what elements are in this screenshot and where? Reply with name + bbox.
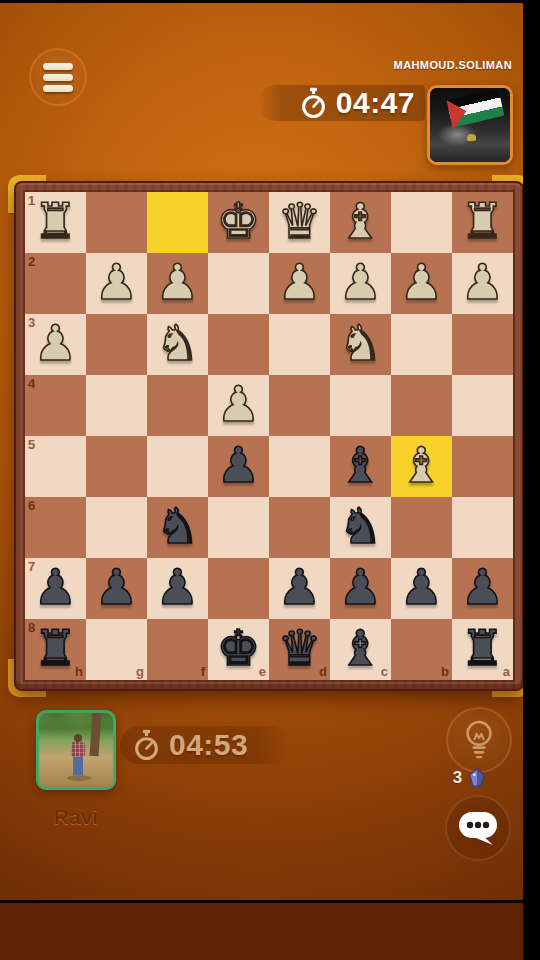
rank-label: 2	[28, 255, 35, 268]
rank-label: 5	[28, 438, 35, 451]
square-c2[interactable]: ♟	[330, 253, 391, 314]
square-b2[interactable]: ♟	[391, 253, 452, 314]
square-g4[interactable]	[86, 375, 147, 436]
file-label: f	[201, 665, 205, 678]
menu-button[interactable]	[29, 48, 87, 106]
opponent-avatar[interactable]	[427, 85, 513, 165]
file-label: b	[441, 665, 449, 678]
square-h4[interactable]: 4	[25, 375, 86, 436]
piece-wB-b5: ♝	[391, 436, 452, 497]
square-h3[interactable]: 3♟	[25, 314, 86, 375]
square-e7[interactable]	[208, 558, 269, 619]
square-e4[interactable]: ♟	[208, 375, 269, 436]
square-a2[interactable]: ♟	[452, 253, 513, 314]
square-f8[interactable]: f	[147, 619, 208, 680]
hint-count: 3	[453, 768, 462, 788]
piece-wP-a2: ♟	[452, 253, 513, 314]
piece-wR-h1: ♜	[25, 192, 86, 253]
square-a1[interactable]: ♜	[452, 192, 513, 253]
square-g2[interactable]: ♟	[86, 253, 147, 314]
piece-bN-f6: ♞	[147, 497, 208, 558]
piece-wP-c2: ♟	[330, 253, 391, 314]
piece-wP-f2: ♟	[147, 253, 208, 314]
square-b7[interactable]: ♟	[391, 558, 452, 619]
square-f4[interactable]	[147, 375, 208, 436]
piece-bP-b7: ♟	[391, 558, 452, 619]
piece-bR-h8: ♜	[25, 619, 86, 680]
piece-wP-e4: ♟	[208, 375, 269, 436]
stopwatch-icon	[300, 87, 327, 119]
piece-bP-h7: ♟	[25, 558, 86, 619]
hint-button[interactable]	[446, 707, 512, 773]
rank-label: 6	[28, 499, 35, 512]
rank-label: 4	[28, 377, 35, 390]
board-grid: 1♜♚♛♝♜2♟♟♟♟♟♟3♟♞♞4♟5♟♝♝6♞♞7♟♟♟♟♟♟♟8h♜gfe…	[25, 192, 513, 680]
lightbulb-icon	[460, 717, 498, 763]
hint-count-row: 3	[440, 766, 500, 790]
square-d4[interactable]	[269, 375, 330, 436]
player-photo	[39, 713, 113, 787]
player-avatar[interactable]	[36, 710, 116, 790]
square-g5[interactable]	[86, 436, 147, 497]
square-h6[interactable]: 6	[25, 497, 86, 558]
opponent-name: MAHMOUD.SOLIMAN	[394, 59, 512, 71]
square-h8[interactable]: 8h♜	[25, 619, 86, 680]
square-g3[interactable]	[86, 314, 147, 375]
square-d6[interactable]	[269, 497, 330, 558]
piece-bP-a7: ♟	[452, 558, 513, 619]
file-label: g	[136, 665, 144, 678]
piece-bN-c6: ♞	[330, 497, 391, 558]
player-clock: 04:53	[120, 726, 292, 764]
square-d3[interactable]	[269, 314, 330, 375]
piece-bR-a8: ♜	[452, 619, 513, 680]
square-e8[interactable]: e♚	[208, 619, 269, 680]
piece-bP-f7: ♟	[147, 558, 208, 619]
square-b6[interactable]	[391, 497, 452, 558]
square-c4[interactable]	[330, 375, 391, 436]
square-f6[interactable]: ♞	[147, 497, 208, 558]
square-d8[interactable]: d♛	[269, 619, 330, 680]
piece-wP-h3: ♟	[25, 314, 86, 375]
square-h1[interactable]: 1♜	[25, 192, 86, 253]
piece-bB-c5: ♝	[330, 436, 391, 497]
square-b3[interactable]	[391, 314, 452, 375]
square-d1[interactable]: ♛	[269, 192, 330, 253]
square-e2[interactable]	[208, 253, 269, 314]
opponent-clock: 04:47	[258, 85, 425, 121]
bottom-padding-area	[0, 903, 523, 960]
square-a5[interactable]	[452, 436, 513, 497]
palestinian-flag-photo	[430, 88, 510, 162]
square-a7[interactable]: ♟	[452, 558, 513, 619]
piece-wP-b2: ♟	[391, 253, 452, 314]
square-h7[interactable]: 7♟	[25, 558, 86, 619]
square-c8[interactable]: c♝	[330, 619, 391, 680]
game-screen: MAHMOUD.SOLIMAN 04:47 1♜♚♛♝♜2♟♟♟♟♟♟3♟♞♞4…	[0, 3, 523, 900]
square-d5[interactable]	[269, 436, 330, 497]
square-b5[interactable]: ♝	[391, 436, 452, 497]
piece-bP-c7: ♟	[330, 558, 391, 619]
square-g1[interactable]	[86, 192, 147, 253]
square-f3[interactable]: ♞	[147, 314, 208, 375]
square-c1[interactable]: ♝	[330, 192, 391, 253]
piece-bQ-d8: ♛	[269, 619, 330, 680]
player-clock-time: 04:53	[169, 728, 248, 762]
stopwatch-icon	[133, 729, 160, 761]
square-g8[interactable]: g	[86, 619, 147, 680]
chess-board: 1♜♚♛♝♜2♟♟♟♟♟♟3♟♞♞4♟5♟♝♝6♞♞7♟♟♟♟♟♟♟8h♜gfe…	[14, 181, 523, 691]
square-c3[interactable]: ♞	[330, 314, 391, 375]
square-c5[interactable]: ♝	[330, 436, 391, 497]
piece-bP-e5: ♟	[208, 436, 269, 497]
chat-button[interactable]	[445, 795, 511, 861]
gem-icon	[467, 768, 487, 788]
piece-bP-g7: ♟	[86, 558, 147, 619]
square-b8[interactable]: b	[391, 619, 452, 680]
piece-wQ-d1: ♛	[269, 192, 330, 253]
square-f2[interactable]: ♟	[147, 253, 208, 314]
piece-wN-f3: ♞	[147, 314, 208, 375]
square-c6[interactable]: ♞	[330, 497, 391, 558]
square-h5[interactable]: 5	[25, 436, 86, 497]
piece-wP-g2: ♟	[86, 253, 147, 314]
square-f1[interactable]	[147, 192, 208, 253]
square-d7[interactable]: ♟	[269, 558, 330, 619]
square-a6[interactable]	[452, 497, 513, 558]
square-e5[interactable]: ♟	[208, 436, 269, 497]
square-e6[interactable]	[208, 497, 269, 558]
square-d2[interactable]: ♟	[269, 253, 330, 314]
piece-wB-c1: ♝	[330, 192, 391, 253]
square-a3[interactable]	[452, 314, 513, 375]
piece-wP-d2: ♟	[269, 253, 330, 314]
square-h2[interactable]: 2	[25, 253, 86, 314]
piece-wR-a1: ♜	[452, 192, 513, 253]
piece-bB-c8: ♝	[330, 619, 391, 680]
opponent-clock-time: 04:47	[336, 86, 415, 120]
piece-bP-d7: ♟	[269, 558, 330, 619]
square-b1[interactable]	[391, 192, 452, 253]
square-e3[interactable]	[208, 314, 269, 375]
square-f5[interactable]	[147, 436, 208, 497]
player-name: Ravi	[26, 805, 126, 829]
square-a8[interactable]: a♜	[452, 619, 513, 680]
square-b4[interactable]	[391, 375, 452, 436]
square-g7[interactable]: ♟	[86, 558, 147, 619]
chat-bubble-icon	[456, 809, 500, 847]
square-c7[interactable]: ♟	[330, 558, 391, 619]
square-a4[interactable]	[452, 375, 513, 436]
piece-wN-c3: ♞	[330, 314, 391, 375]
square-g6[interactable]	[86, 497, 147, 558]
piece-bK-e8: ♚	[208, 619, 269, 680]
piece-wK-e1: ♚	[208, 192, 269, 253]
square-f7[interactable]: ♟	[147, 558, 208, 619]
square-e1[interactable]: ♚	[208, 192, 269, 253]
